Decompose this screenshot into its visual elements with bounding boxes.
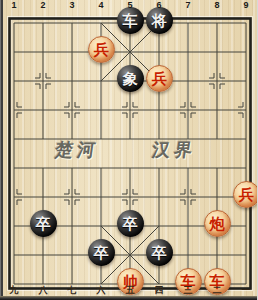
file-label-bottom-6: 四 <box>155 286 164 295</box>
file-label-top-8: 8 <box>214 1 219 10</box>
piece-grid: 车将兵象兵兵卒卒炮卒卒帅车车 <box>0 9 257 299</box>
file-label-bottom-9: 一 <box>242 286 251 295</box>
file-label-bottom-2: 八 <box>39 286 48 295</box>
file-label-bottom-1: 九 <box>10 286 19 295</box>
file-label-bottom-4: 六 <box>97 286 106 295</box>
file-label-top-7: 7 <box>185 1 190 10</box>
window-edge-bottom <box>0 296 257 300</box>
file-label-top-1: 1 <box>11 1 16 10</box>
window-edge-left <box>0 0 3 300</box>
file-label-bottom-8: 二 <box>213 286 222 295</box>
piece-black-soldier[interactable]: 卒 <box>146 239 173 266</box>
piece-black-chariot[interactable]: 车 <box>117 7 144 34</box>
file-label-top-3: 3 <box>69 1 74 10</box>
file-label-top-2: 2 <box>40 1 45 10</box>
file-label-bottom-7: 三 <box>184 286 193 295</box>
piece-red-cannon[interactable]: 炮 <box>204 210 231 237</box>
piece-black-soldier[interactable]: 卒 <box>88 239 115 266</box>
piece-black-general[interactable]: 将 <box>146 7 173 34</box>
file-label-bottom-5: 五 <box>126 286 135 295</box>
file-label-top-4: 4 <box>98 1 103 10</box>
piece-red-soldier[interactable]: 兵 <box>233 181 258 208</box>
file-label-top-6: 6 <box>156 1 161 10</box>
piece-black-elephant[interactable]: 象 <box>117 65 144 92</box>
file-label-top-5: 5 <box>127 1 132 10</box>
piece-black-soldier[interactable]: 卒 <box>30 210 57 237</box>
xiangqi-board: 楚河 汉界 车将兵象兵兵卒卒炮卒卒帅车车 123456789九八七六五四三二一 <box>0 0 257 300</box>
piece-black-soldier[interactable]: 卒 <box>117 210 144 237</box>
piece-red-soldier[interactable]: 兵 <box>146 65 173 92</box>
piece-red-soldier[interactable]: 兵 <box>88 36 115 63</box>
file-label-bottom-3: 七 <box>68 286 77 295</box>
file-label-top-9: 9 <box>243 1 248 10</box>
